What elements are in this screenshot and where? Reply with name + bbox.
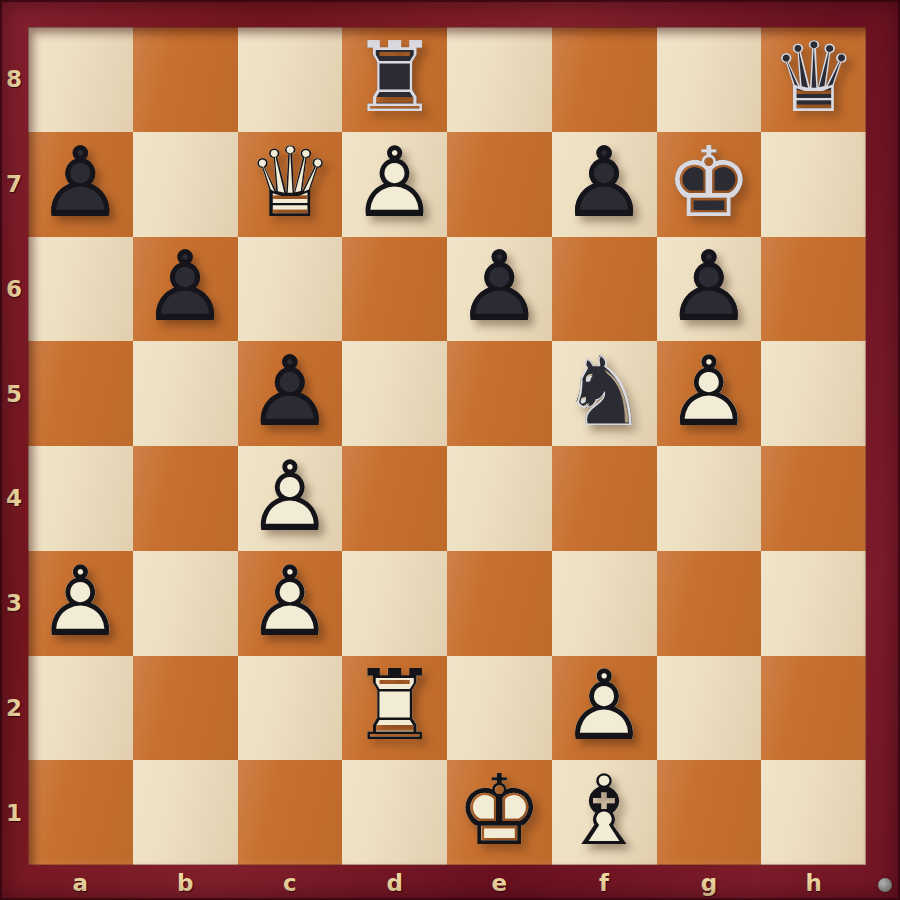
chessboard-app: ♜♖♛♕♟♙♛♕♟♙♟♙♚♔♟♙♟♙♟♙♟♙♞♘♟♙♟♙♟♙♟♙♜♖♟♙♚♔♝♗… bbox=[0, 0, 900, 900]
square-g2[interactable] bbox=[657, 656, 762, 761]
square-d7[interactable]: ♟♙ bbox=[342, 132, 447, 237]
square-a6[interactable] bbox=[28, 237, 133, 342]
square-h5[interactable] bbox=[761, 341, 866, 446]
chess-board: ♜♖♛♕♟♙♛♕♟♙♟♙♚♔♟♙♟♙♟♙♟♙♞♘♟♙♟♙♟♙♟♙♜♖♟♙♚♔♝♗ bbox=[28, 27, 866, 865]
square-h6[interactable] bbox=[761, 237, 866, 342]
white-pawn-outline: ♙ bbox=[351, 134, 438, 231]
square-f7[interactable]: ♟♙ bbox=[552, 132, 657, 237]
piece-black-pawn[interactable]: ♟♙ bbox=[28, 132, 133, 237]
black-pawn-outline: ♙ bbox=[561, 134, 648, 231]
piece-white-bishop[interactable]: ♝♗ bbox=[552, 760, 657, 865]
square-b6[interactable]: ♟♙ bbox=[133, 237, 238, 342]
square-f3[interactable] bbox=[552, 551, 657, 656]
piece-black-pawn[interactable]: ♟♙ bbox=[238, 341, 343, 446]
square-f2[interactable]: ♟♙ bbox=[552, 656, 657, 761]
rank-label-2: 2 bbox=[0, 656, 28, 761]
black-rook-outline: ♖ bbox=[351, 29, 438, 126]
square-f8[interactable] bbox=[552, 27, 657, 132]
square-g5[interactable]: ♟♙ bbox=[657, 341, 762, 446]
square-d5[interactable] bbox=[342, 341, 447, 446]
file-label-d: d bbox=[342, 865, 447, 900]
square-h1[interactable] bbox=[761, 760, 866, 865]
square-e7[interactable] bbox=[447, 132, 552, 237]
square-c2[interactable] bbox=[238, 656, 343, 761]
piece-black-knight[interactable]: ♞♘ bbox=[552, 341, 657, 446]
square-c7[interactable]: ♛♕ bbox=[238, 132, 343, 237]
square-d8[interactable]: ♜♖ bbox=[342, 27, 447, 132]
square-e3[interactable] bbox=[447, 551, 552, 656]
square-a2[interactable] bbox=[28, 656, 133, 761]
file-label-f: f bbox=[552, 865, 657, 900]
square-d1[interactable] bbox=[342, 760, 447, 865]
piece-white-pawn[interactable]: ♟♙ bbox=[657, 341, 762, 446]
square-c5[interactable]: ♟♙ bbox=[238, 341, 343, 446]
piece-black-pawn[interactable]: ♟♙ bbox=[133, 237, 238, 342]
rank-label-8: 8 bbox=[0, 27, 28, 132]
black-pawn-outline: ♙ bbox=[456, 238, 543, 335]
piece-black-pawn[interactable]: ♟♙ bbox=[657, 237, 762, 342]
square-d4[interactable] bbox=[342, 446, 447, 551]
square-b1[interactable] bbox=[133, 760, 238, 865]
rank-label-7: 7 bbox=[0, 132, 28, 237]
square-d3[interactable] bbox=[342, 551, 447, 656]
square-b4[interactable] bbox=[133, 446, 238, 551]
white-pawn-outline: ♙ bbox=[665, 343, 752, 440]
square-g8[interactable] bbox=[657, 27, 762, 132]
square-g6[interactable]: ♟♙ bbox=[657, 237, 762, 342]
piece-black-king[interactable]: ♚♔ bbox=[657, 132, 762, 237]
white-rook-outline: ♖ bbox=[351, 657, 438, 754]
square-g7[interactable]: ♚♔ bbox=[657, 132, 762, 237]
square-c8[interactable] bbox=[238, 27, 343, 132]
white-pawn-outline: ♙ bbox=[37, 553, 124, 650]
square-b7[interactable] bbox=[133, 132, 238, 237]
square-a4[interactable] bbox=[28, 446, 133, 551]
black-queen-outline: ♕ bbox=[770, 29, 857, 126]
piece-black-pawn[interactable]: ♟♙ bbox=[447, 237, 552, 342]
piece-black-pawn[interactable]: ♟♙ bbox=[552, 132, 657, 237]
square-h7[interactable] bbox=[761, 132, 866, 237]
piece-white-pawn[interactable]: ♟♙ bbox=[238, 551, 343, 656]
square-a8[interactable] bbox=[28, 27, 133, 132]
corner-screw-icon bbox=[878, 878, 892, 892]
white-pawn-outline: ♙ bbox=[246, 448, 333, 545]
square-f6[interactable] bbox=[552, 237, 657, 342]
piece-white-pawn[interactable]: ♟♙ bbox=[238, 446, 343, 551]
square-h8[interactable]: ♛♕ bbox=[761, 27, 866, 132]
square-b2[interactable] bbox=[133, 656, 238, 761]
square-e4[interactable] bbox=[447, 446, 552, 551]
square-a5[interactable] bbox=[28, 341, 133, 446]
square-e5[interactable] bbox=[447, 341, 552, 446]
square-b8[interactable] bbox=[133, 27, 238, 132]
piece-white-queen[interactable]: ♛♕ bbox=[238, 132, 343, 237]
piece-white-king[interactable]: ♚♔ bbox=[447, 760, 552, 865]
rank-label-5: 5 bbox=[0, 341, 28, 446]
square-a3[interactable]: ♟♙ bbox=[28, 551, 133, 656]
file-label-g: g bbox=[657, 865, 762, 900]
file-coordinates: abcdefgh bbox=[28, 865, 866, 900]
piece-black-rook[interactable]: ♜♖ bbox=[342, 27, 447, 132]
piece-white-pawn[interactable]: ♟♙ bbox=[552, 656, 657, 761]
rank-label-1: 1 bbox=[0, 760, 28, 865]
square-e2[interactable] bbox=[447, 656, 552, 761]
black-knight-outline: ♘ bbox=[561, 343, 648, 440]
square-h4[interactable] bbox=[761, 446, 866, 551]
square-a7[interactable]: ♟♙ bbox=[28, 132, 133, 237]
piece-black-queen[interactable]: ♛♕ bbox=[761, 27, 866, 132]
file-label-c: c bbox=[238, 865, 343, 900]
white-king-outline: ♔ bbox=[456, 762, 543, 859]
rank-label-6: 6 bbox=[0, 237, 28, 342]
square-g3[interactable] bbox=[657, 551, 762, 656]
piece-white-pawn[interactable]: ♟♙ bbox=[342, 132, 447, 237]
square-h2[interactable] bbox=[761, 656, 866, 761]
square-g4[interactable] bbox=[657, 446, 762, 551]
rank-label-4: 4 bbox=[0, 446, 28, 551]
black-pawn-outline: ♙ bbox=[665, 238, 752, 335]
square-c6[interactable] bbox=[238, 237, 343, 342]
square-f4[interactable] bbox=[552, 446, 657, 551]
square-e1[interactable]: ♚♔ bbox=[447, 760, 552, 865]
square-d2[interactable]: ♜♖ bbox=[342, 656, 447, 761]
black-pawn-outline: ♙ bbox=[37, 134, 124, 231]
square-c1[interactable] bbox=[238, 760, 343, 865]
square-c3[interactable]: ♟♙ bbox=[238, 551, 343, 656]
piece-white-rook[interactable]: ♜♖ bbox=[342, 656, 447, 761]
rank-coordinates: 87654321 bbox=[0, 27, 28, 865]
piece-white-pawn[interactable]: ♟♙ bbox=[28, 551, 133, 656]
square-g1[interactable] bbox=[657, 760, 762, 865]
file-label-a: a bbox=[28, 865, 133, 900]
white-pawn-outline: ♙ bbox=[561, 657, 648, 754]
white-pawn-outline: ♙ bbox=[246, 553, 333, 650]
square-b5[interactable] bbox=[133, 341, 238, 446]
white-queen-outline: ♕ bbox=[246, 134, 333, 231]
square-a1[interactable] bbox=[28, 760, 133, 865]
file-label-b: b bbox=[133, 865, 238, 900]
black-pawn-outline: ♙ bbox=[246, 343, 333, 440]
square-f1[interactable]: ♝♗ bbox=[552, 760, 657, 865]
rank-label-3: 3 bbox=[0, 551, 28, 656]
black-pawn-outline: ♙ bbox=[142, 238, 229, 335]
square-h3[interactable] bbox=[761, 551, 866, 656]
square-b3[interactable] bbox=[133, 551, 238, 656]
square-d6[interactable] bbox=[342, 237, 447, 342]
square-e6[interactable]: ♟♙ bbox=[447, 237, 552, 342]
file-label-h: h bbox=[761, 865, 866, 900]
square-f5[interactable]: ♞♘ bbox=[552, 341, 657, 446]
square-e8[interactable] bbox=[447, 27, 552, 132]
white-bishop-outline: ♗ bbox=[561, 762, 648, 859]
file-label-e: e bbox=[447, 865, 552, 900]
square-c4[interactable]: ♟♙ bbox=[238, 446, 343, 551]
black-king-outline: ♔ bbox=[665, 134, 752, 231]
